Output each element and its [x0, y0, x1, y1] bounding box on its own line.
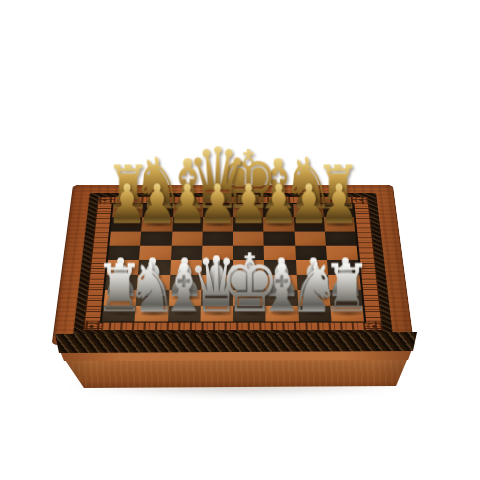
square-e8[interactable] [233, 204, 263, 218]
square-d8[interactable] [203, 204, 233, 218]
square-c8[interactable] [173, 204, 204, 218]
silver-king-icon: ♚ [219, 252, 279, 315]
square-g8[interactable] [293, 204, 324, 218]
square-f8[interactable] [263, 204, 294, 218]
square-b8[interactable] [142, 204, 173, 218]
board-3d-scene: ♜♞♝♛♚♝♞♜♟♟♟♟♟♟♟♟♟♟♟♟♟♟♟♟♜♞♝♛♚♝♞♜ [52, 185, 415, 345]
square-h7[interactable] [324, 217, 356, 231]
square-a8[interactable] [112, 204, 143, 218]
corner-medallion [354, 197, 369, 203]
square-a7[interactable] [111, 217, 143, 231]
square-g6[interactable] [294, 231, 326, 245]
square-b7[interactable] [141, 217, 172, 231]
silver-knight-icon: ♞ [126, 261, 177, 315]
square-e7[interactable] [233, 217, 264, 231]
square-d7[interactable] [202, 217, 233, 231]
rope-trim-front-edge [54, 332, 418, 353]
silver-knight-icon: ♞ [289, 261, 340, 315]
square-h8[interactable] [323, 204, 354, 218]
square-a6[interactable] [109, 231, 141, 245]
square-h6[interactable] [325, 231, 357, 245]
square-g7[interactable] [293, 217, 324, 231]
chess-set-photo: ♜♞♝♛♚♝♞♜♟♟♟♟♟♟♟♟♟♟♟♟♟♟♟♟♜♞♝♛♚♝♞♜ [0, 0, 480, 480]
square-b6[interactable] [140, 231, 172, 245]
square-c7[interactable] [172, 217, 203, 231]
square-f7[interactable] [263, 217, 294, 231]
